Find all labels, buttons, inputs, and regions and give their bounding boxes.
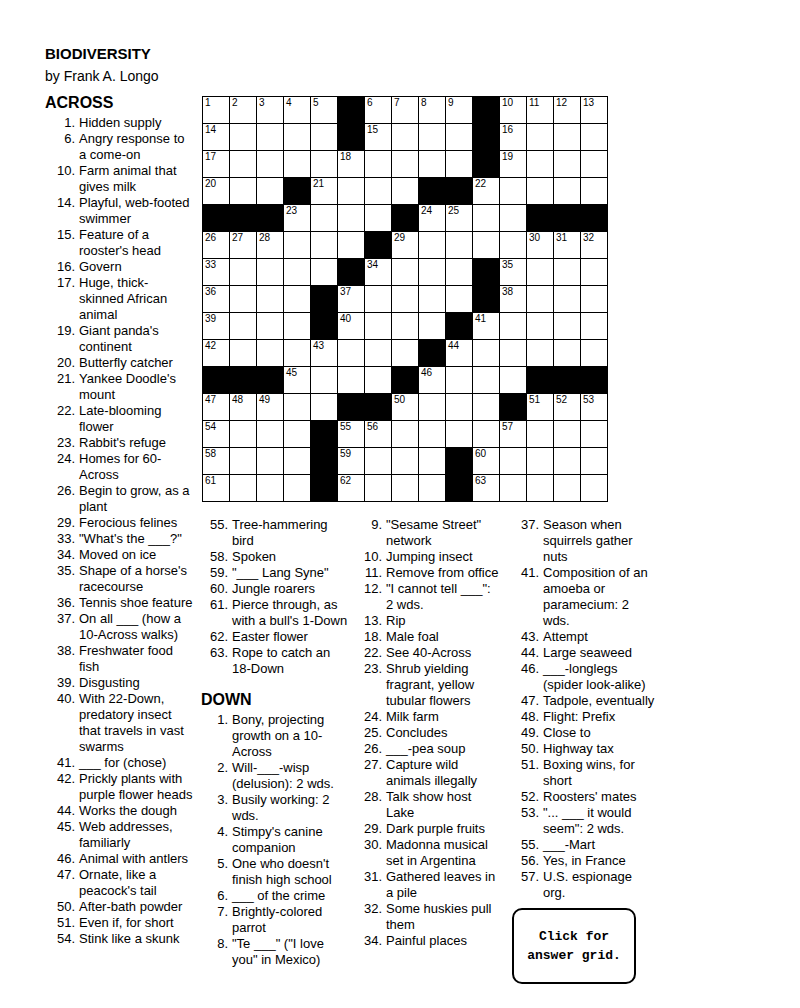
clue-number: 41.	[509, 565, 543, 629]
clue-text: Composition of an amoeba or paramecium: …	[543, 565, 664, 629]
white-cell	[473, 394, 499, 420]
white-cell	[419, 232, 445, 258]
clue-number: 10.	[45, 163, 79, 195]
white-cell: 53	[581, 394, 607, 420]
clue-text: "I cannot tell ___": 2 wds.	[386, 581, 514, 613]
white-cell: 16	[500, 124, 526, 150]
black-cell	[230, 367, 256, 393]
white-cell: 62	[338, 475, 364, 501]
white-cell: 28	[257, 232, 283, 258]
clue-text: Late-blooming flower	[79, 403, 210, 435]
cell-number: 15	[367, 124, 378, 135]
clue-number: 5.	[198, 856, 232, 888]
white-cell: 59	[338, 448, 364, 474]
white-cell	[419, 259, 445, 285]
white-cell	[581, 313, 607, 339]
white-cell	[257, 475, 283, 501]
across-clue-51: 51.Even if, for short	[45, 915, 210, 931]
down-clue-18: 18.Male foal	[352, 629, 514, 645]
white-cell	[284, 232, 310, 258]
black-cell	[473, 151, 499, 177]
white-cell	[446, 394, 472, 420]
cell-number: 43	[313, 340, 324, 351]
cell-number: 27	[232, 232, 243, 243]
clue-text: Tadpole, eventually	[543, 693, 664, 709]
clue-text: Yankee Doodle's mount	[79, 371, 210, 403]
across-clue-1: 1.Hidden supply	[45, 115, 210, 131]
clue-text: Homes for 60- Across	[79, 451, 210, 483]
white-cell: 2	[230, 97, 256, 123]
down-clue-8: 8."Te ___" ("I love you" in Mexico)	[198, 936, 360, 968]
down-clue-46: 46.___-longlegs (spider look-alike)	[509, 661, 664, 693]
white-cell	[554, 178, 580, 204]
down-clue-2: 2.Will-___-wisp (delusion): 2 wds.	[198, 760, 360, 792]
clue-text: Flight: Prefix	[543, 709, 664, 725]
black-cell	[473, 97, 499, 123]
down-clue-57: 57.U.S. espionage org.	[509, 869, 664, 901]
clue-number: 10.	[352, 549, 386, 565]
down-clue-11: 11.Remove from office	[352, 565, 514, 581]
black-cell	[311, 448, 337, 474]
clue-number: 8.	[198, 936, 232, 968]
white-cell	[473, 232, 499, 258]
white-cell	[311, 259, 337, 285]
black-cell	[311, 421, 337, 447]
white-cell	[581, 340, 607, 366]
down-clue-52: 52.Roosters' mates	[509, 789, 664, 805]
clue-text: Playful, web-footed swimmer	[79, 195, 210, 227]
clue-number: 26.	[45, 483, 79, 515]
white-cell: 48	[230, 394, 256, 420]
clue-text: Giant panda's continent	[79, 323, 210, 355]
black-cell	[365, 394, 391, 420]
clue-text: Season when squirrels gather nuts	[543, 517, 664, 565]
down-clue-56: 56.Yes, in France	[509, 853, 664, 869]
cell-number: 7	[394, 97, 400, 108]
black-cell	[527, 205, 553, 231]
white-cell	[338, 340, 364, 366]
clue-text: "What's the ___?"	[79, 531, 210, 547]
clue-number: 18.	[352, 629, 386, 645]
down-clue-51: 51.Boxing wins, for short	[509, 757, 664, 789]
black-cell	[419, 340, 445, 366]
white-cell: 43	[311, 340, 337, 366]
cell-number: 12	[556, 97, 567, 108]
across-clue-42: 42.Prickly plants with purple flower hea…	[45, 771, 210, 803]
white-cell	[284, 340, 310, 366]
white-cell	[446, 151, 472, 177]
white-cell	[338, 205, 364, 231]
black-cell	[446, 448, 472, 474]
white-cell	[284, 286, 310, 312]
white-cell	[230, 124, 256, 150]
clue-text: Works the dough	[79, 803, 210, 819]
clue-text: Highway tax	[543, 741, 664, 757]
clue-number: 50.	[45, 899, 79, 915]
clue-number: 6.	[198, 888, 232, 904]
white-cell	[554, 340, 580, 366]
clue-number: 35.	[45, 563, 79, 595]
across-clue-26: 26.Begin to grow, as a plant	[45, 483, 210, 515]
white-cell: 34	[365, 259, 391, 285]
white-cell	[581, 259, 607, 285]
across-clue-59: 59."___ Lang Syne"	[198, 565, 360, 581]
clue-text: Tree-hammering bird	[232, 517, 360, 549]
cell-number: 3	[259, 97, 265, 108]
black-cell	[392, 367, 418, 393]
clue-text: Ferocious felines	[79, 515, 210, 531]
clue-number: 54.	[45, 931, 79, 947]
cell-number: 48	[232, 394, 243, 405]
white-cell: 44	[446, 340, 472, 366]
clue-number: 1.	[198, 712, 232, 760]
answer-grid-button[interactable]: Click for answer grid.	[512, 908, 636, 984]
clue-number: 58.	[198, 549, 232, 565]
clue-text: Roosters' mates	[543, 789, 664, 805]
clue-number: 45.	[45, 819, 79, 851]
clue-number: 63.	[198, 645, 232, 677]
black-cell	[473, 259, 499, 285]
black-cell	[257, 205, 283, 231]
white-cell	[527, 124, 553, 150]
white-cell	[527, 421, 553, 447]
clue-number: 1.	[45, 115, 79, 131]
white-cell	[365, 286, 391, 312]
clue-number: 46.	[509, 661, 543, 693]
clue-text: Some huskies pull them	[386, 901, 514, 933]
clue-number: 51.	[45, 915, 79, 931]
white-cell	[392, 259, 418, 285]
white-cell: 56	[365, 421, 391, 447]
across-heading: ACROSS	[45, 94, 113, 112]
white-cell	[365, 340, 391, 366]
white-cell: 52	[554, 394, 580, 420]
white-cell	[581, 448, 607, 474]
clue-text: Close to	[543, 725, 664, 741]
white-cell: 50	[392, 394, 418, 420]
clue-number: 20.	[45, 355, 79, 371]
down-clue-37: 37.Season when squirrels gather nuts	[509, 517, 664, 565]
clue-text: Jungle roarers	[232, 581, 360, 597]
down-clue-32: 32.Some huskies pull them	[352, 901, 514, 933]
white-cell: 11	[527, 97, 553, 123]
clue-number: 59.	[198, 565, 232, 581]
clue-text: Hidden supply	[79, 115, 210, 131]
down-clue-55: 55.___-Mart	[509, 837, 664, 853]
clue-text: Moved on ice	[79, 547, 210, 563]
clue-number: 43.	[509, 629, 543, 645]
across-clue-34: 34.Moved on ice	[45, 547, 210, 563]
clue-text: Large seaweed	[543, 645, 664, 661]
down-clue-30: 30.Madonna musical set in Argentina	[352, 837, 514, 869]
cell-number: 62	[340, 475, 351, 486]
across-clue-21: 21.Yankee Doodle's mount	[45, 371, 210, 403]
across-clue-39: 39.Disgusting	[45, 675, 210, 691]
white-cell	[419, 394, 445, 420]
clue-text: "... ___ it would seem": 2 wds.	[543, 805, 664, 837]
clue-text: Govern	[79, 259, 210, 275]
cell-number: 55	[340, 421, 351, 432]
white-cell: 10	[500, 97, 526, 123]
white-cell	[527, 340, 553, 366]
white-cell	[527, 313, 553, 339]
clue-number: 3.	[198, 792, 232, 824]
white-cell	[311, 367, 337, 393]
black-cell	[473, 124, 499, 150]
down-clue-44: 44.Large seaweed	[509, 645, 664, 661]
white-cell: 24	[419, 205, 445, 231]
clue-number: 33.	[45, 531, 79, 547]
white-cell	[392, 448, 418, 474]
across-clue-55: 55.Tree-hammering bird	[198, 517, 360, 549]
white-cell	[581, 421, 607, 447]
clue-text: Prickly plants with purple flower heads	[79, 771, 210, 803]
black-cell	[230, 205, 256, 231]
clue-number: 38.	[45, 643, 79, 675]
clue-number: 47.	[509, 693, 543, 709]
across-clue-36: 36.Tennis shoe feature	[45, 595, 210, 611]
white-cell	[419, 421, 445, 447]
white-cell: 35	[500, 259, 526, 285]
clue-text: Brightly-colored parrot	[232, 904, 360, 936]
clue-text: Rip	[386, 613, 514, 629]
white-cell	[257, 151, 283, 177]
across-clue-62: 62.Easter flower	[198, 629, 360, 645]
down-clue-10: 10.Jumping insect	[352, 549, 514, 565]
down-clue-43: 43.Attempt	[509, 629, 664, 645]
clue-text: Concludes	[386, 725, 514, 741]
clue-number: 32.	[352, 901, 386, 933]
down-clue-50: 50.Highway tax	[509, 741, 664, 757]
clue-number: 57.	[509, 869, 543, 901]
clue-number: 12.	[352, 581, 386, 613]
down-clue-6: 6.___ of the crime	[198, 888, 360, 904]
white-cell	[257, 259, 283, 285]
white-cell	[392, 124, 418, 150]
cell-number: 21	[313, 178, 324, 189]
white-cell: 4	[284, 97, 310, 123]
white-cell: 41	[473, 313, 499, 339]
cell-number: 45	[286, 367, 297, 378]
cell-number: 9	[448, 97, 454, 108]
across-clue-50: 50.After-bath powder	[45, 899, 210, 915]
white-cell	[446, 421, 472, 447]
white-cell	[257, 448, 283, 474]
white-cell	[419, 448, 445, 474]
cell-number: 52	[556, 394, 567, 405]
white-cell	[419, 286, 445, 312]
white-cell	[230, 313, 256, 339]
black-cell	[311, 475, 337, 501]
white-cell: 27	[230, 232, 256, 258]
white-cell: 30	[527, 232, 553, 258]
clue-number: 55.	[198, 517, 232, 549]
white-cell	[392, 313, 418, 339]
across-clue-35: 35.Shape of a horse's racecourse	[45, 563, 210, 595]
clue-text: Jumping insect	[386, 549, 514, 565]
clue-text: Butterfly catcher	[79, 355, 210, 371]
clue-number: 25.	[352, 725, 386, 741]
white-cell	[446, 367, 472, 393]
clue-number: 46.	[45, 851, 79, 867]
across-clue-46: 46.Animal with antlers	[45, 851, 210, 867]
clue-number: 21.	[45, 371, 79, 403]
clue-text: Rope to catch an 18-Down	[232, 645, 360, 677]
clue-number: 61.	[198, 597, 232, 629]
white-cell	[284, 421, 310, 447]
white-cell: 32	[581, 232, 607, 258]
down-clue-28: 28.Talk show host Lake	[352, 789, 514, 821]
white-cell	[500, 205, 526, 231]
white-cell	[554, 313, 580, 339]
across-clue-58: 58.Spoken	[198, 549, 360, 565]
across-clue-37: 37.On all ___ (how a 10-Across walks)	[45, 611, 210, 643]
clue-number: 44.	[509, 645, 543, 661]
white-cell	[392, 151, 418, 177]
white-cell	[230, 259, 256, 285]
cell-number: 44	[448, 340, 459, 351]
down-clue-53: 53."... ___ it would seem": 2 wds.	[509, 805, 664, 837]
cell-number: 32	[583, 232, 594, 243]
clue-text: On all ___ (how a 10-Across walks)	[79, 611, 210, 643]
black-cell	[284, 178, 310, 204]
clue-number: 23.	[45, 435, 79, 451]
across-clue-40: 40.With 22-Down, predatory insect that t…	[45, 691, 210, 755]
across-clue-33: 33."What's the ___?"	[45, 531, 210, 547]
white-cell	[554, 421, 580, 447]
clue-number: 17.	[45, 275, 79, 323]
white-cell	[581, 124, 607, 150]
clue-number: 49.	[509, 725, 543, 741]
white-cell	[554, 475, 580, 501]
white-cell	[311, 394, 337, 420]
down-heading: DOWN	[201, 691, 360, 709]
clue-text: Farm animal that gives milk	[79, 163, 210, 195]
white-cell: 9	[446, 97, 472, 123]
across-clue-6: 6.Angry response to a come-on	[45, 131, 210, 163]
white-cell	[446, 124, 472, 150]
across-clue-24: 24.Homes for 60- Across	[45, 451, 210, 483]
white-cell	[311, 232, 337, 258]
down-clue-5: 5.One who doesn't finish high school	[198, 856, 360, 888]
down-clue-13: 13.Rip	[352, 613, 514, 629]
across-clues-column: 1.Hidden supply6.Angry response to a com…	[45, 115, 210, 947]
white-cell: 21	[311, 178, 337, 204]
white-cell	[500, 232, 526, 258]
white-cell	[527, 475, 553, 501]
white-cell	[581, 286, 607, 312]
clue-number: 6.	[45, 131, 79, 163]
white-cell	[365, 313, 391, 339]
clue-text: Disgusting	[79, 675, 210, 691]
cell-number: 31	[556, 232, 567, 243]
white-cell: 45	[284, 367, 310, 393]
clue-text: U.S. espionage org.	[543, 869, 664, 901]
cell-number: 8	[421, 97, 427, 108]
cell-number: 46	[421, 367, 432, 378]
white-cell	[257, 340, 283, 366]
white-cell: 3	[257, 97, 283, 123]
mixed-clues-column: 55.Tree-hammering bird58.Spoken59."___ L…	[198, 517, 360, 968]
cell-number: 50	[394, 394, 405, 405]
clue-text: Pierce through, as with a bull's 1-Down	[232, 597, 360, 629]
clue-number: 29.	[45, 515, 79, 531]
white-cell: 25	[446, 205, 472, 231]
down-clue-7: 7.Brightly-colored parrot	[198, 904, 360, 936]
white-cell	[230, 448, 256, 474]
across-clue-20: 20.Butterfly catcher	[45, 355, 210, 371]
white-cell	[284, 313, 310, 339]
white-cell: 49	[257, 394, 283, 420]
across-clue-61: 61.Pierce through, as with a bull's 1-Do…	[198, 597, 360, 629]
white-cell	[257, 286, 283, 312]
across-clue-63: 63.Rope to catch an 18-Down	[198, 645, 360, 677]
white-cell	[554, 448, 580, 474]
clue-number: 51.	[509, 757, 543, 789]
cell-number: 51	[529, 394, 540, 405]
clue-text: Boxing wins, for short	[543, 757, 664, 789]
across-clue-44: 44.Works the dough	[45, 803, 210, 819]
across-clue-54: 54.Stink like a skunk	[45, 931, 210, 947]
clue-text: Shrub yielding fragrant, yellow tubular …	[386, 661, 514, 709]
white-cell	[230, 286, 256, 312]
clue-text: Remove from office	[386, 565, 514, 581]
cell-number: 5	[313, 97, 319, 108]
black-cell	[311, 286, 337, 312]
cell-number: 30	[529, 232, 540, 243]
white-cell	[230, 151, 256, 177]
white-cell	[500, 340, 526, 366]
clue-text: Busily working: 2 wds.	[232, 792, 360, 824]
black-cell	[338, 259, 364, 285]
white-cell	[527, 151, 553, 177]
white-cell	[284, 475, 310, 501]
black-cell	[446, 313, 472, 339]
white-cell	[554, 151, 580, 177]
white-cell: 57	[500, 421, 526, 447]
white-cell	[257, 124, 283, 150]
white-cell	[392, 178, 418, 204]
cell-number: 40	[340, 313, 351, 324]
across-clue-60: 60.Jungle roarers	[198, 581, 360, 597]
white-cell	[581, 151, 607, 177]
across-clue-47: 47.Ornate, like a peacock's tail	[45, 867, 210, 899]
clue-text: Painful places	[386, 933, 514, 949]
clue-text: Capture wild animals illegally	[386, 757, 514, 789]
white-cell	[581, 178, 607, 204]
page: { "game": "crossword", "title": "BIODIVE…	[0, 0, 800, 1008]
down-clue-29: 29.Dark purple fruits	[352, 821, 514, 837]
white-cell: 55	[338, 421, 364, 447]
white-cell	[284, 448, 310, 474]
clue-text: ___-pea soup	[386, 741, 514, 757]
white-cell	[446, 232, 472, 258]
clue-text: With 22-Down, predatory insect that trav…	[79, 691, 210, 755]
white-cell: 13	[581, 97, 607, 123]
black-cell	[446, 178, 472, 204]
white-cell	[284, 394, 310, 420]
white-cell: 23	[284, 205, 310, 231]
cell-number: 35	[502, 259, 513, 270]
across-clue-14: 14.Playful, web-footed swimmer	[45, 195, 210, 227]
clue-text: "Te ___" ("I love you" in Mexico)	[232, 936, 360, 968]
clue-number: 37.	[509, 517, 543, 565]
clue-text: Shape of a horse's racecourse	[79, 563, 210, 595]
white-cell: 46	[419, 367, 445, 393]
white-cell: 60	[473, 448, 499, 474]
white-cell	[419, 475, 445, 501]
down-clue-3: 3.Busily working: 2 wds.	[198, 792, 360, 824]
